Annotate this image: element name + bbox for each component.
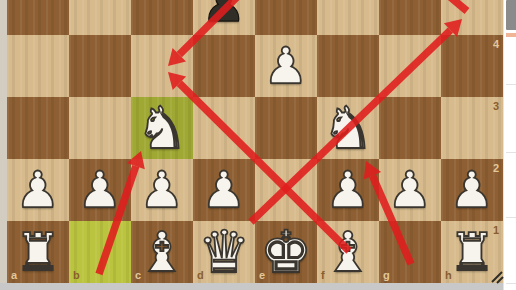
- square-g2[interactable]: ♟: [379, 159, 441, 221]
- square-h2[interactable]: 2♟: [441, 159, 503, 221]
- file-label-g: g: [383, 269, 390, 281]
- page-bottom-margin: [0, 283, 503, 290]
- square-c4[interactable]: [131, 35, 193, 97]
- page-left-margin: [0, 0, 7, 283]
- square-a5[interactable]: [7, 0, 69, 35]
- square-g4[interactable]: [379, 35, 441, 97]
- white-pawn-g2[interactable]: ♟: [388, 165, 433, 215]
- square-d5[interactable]: ♟: [193, 0, 255, 35]
- white-pawn-f2[interactable]: ♟: [326, 165, 371, 215]
- square-d4[interactable]: [193, 35, 255, 97]
- square-a4[interactable]: [7, 35, 69, 97]
- white-knight-c3[interactable]: ♞: [136, 99, 188, 157]
- square-f2[interactable]: ♟: [317, 159, 379, 221]
- square-b3[interactable]: [69, 97, 131, 159]
- square-f1[interactable]: f♝: [317, 221, 379, 283]
- square-e3[interactable]: [255, 97, 317, 159]
- black-pawn-d5[interactable]: ♟: [202, 0, 247, 29]
- white-rook-h1[interactable]: ♜: [449, 226, 496, 278]
- panel-row-separator: [506, 283, 516, 284]
- rank-label-3: 3: [493, 100, 499, 112]
- white-queen-d1[interactable]: ♛: [198, 223, 250, 281]
- square-h4[interactable]: 4: [441, 35, 503, 97]
- white-rook-a1[interactable]: ♜: [15, 226, 62, 278]
- square-c3[interactable]: ♞: [131, 97, 193, 159]
- square-f4[interactable]: [317, 35, 379, 97]
- white-pawn-e4[interactable]: ♟: [264, 41, 309, 91]
- scrollbar-thumb[interactable]: [506, 0, 516, 30]
- white-bishop-f1[interactable]: ♝: [323, 225, 372, 280]
- white-pawn-a2[interactable]: ♟: [16, 165, 61, 215]
- square-g3[interactable]: [379, 97, 441, 159]
- square-a3[interactable]: [7, 97, 69, 159]
- panel-accent-strip: [506, 33, 516, 37]
- white-king-e1[interactable]: ♚: [260, 223, 312, 281]
- square-a2[interactable]: ♟: [7, 159, 69, 221]
- square-h5[interactable]: [441, 0, 503, 35]
- square-g5[interactable]: [379, 0, 441, 35]
- square-h1[interactable]: h1♜: [441, 221, 503, 283]
- white-bishop-c1[interactable]: ♝: [137, 225, 186, 280]
- square-b1[interactable]: b: [69, 221, 131, 283]
- square-c1[interactable]: c♝: [131, 221, 193, 283]
- square-d2[interactable]: ♟: [193, 159, 255, 221]
- square-e5[interactable]: [255, 0, 317, 35]
- panel-row-separator: [506, 84, 516, 85]
- white-pawn-h2[interactable]: ♟: [450, 165, 495, 215]
- square-d1[interactable]: d♛: [193, 221, 255, 283]
- square-e4[interactable]: ♟: [255, 35, 317, 97]
- chessboard[interactable]: ♟♟4♞♞3♟♟♟♟♟♟2♟a♜bc♝d♛e♚f♝gh1♜: [7, 0, 503, 283]
- white-knight-f3[interactable]: ♞: [322, 99, 374, 157]
- square-h3[interactable]: 3: [441, 97, 503, 159]
- square-c2[interactable]: ♟: [131, 159, 193, 221]
- square-c5[interactable]: [131, 0, 193, 35]
- panel-row-separator: [506, 217, 516, 218]
- square-f3[interactable]: ♞: [317, 97, 379, 159]
- side-panel-edge: [503, 0, 516, 290]
- square-f5[interactable]: [317, 0, 379, 35]
- panel-row-separator: [506, 152, 516, 153]
- rank-label-4: 4: [493, 38, 499, 50]
- square-b2[interactable]: ♟: [69, 159, 131, 221]
- square-e2[interactable]: [255, 159, 317, 221]
- square-a1[interactable]: a♜: [7, 221, 69, 283]
- white-pawn-c2[interactable]: ♟: [140, 165, 185, 215]
- square-d3[interactable]: [193, 97, 255, 159]
- square-e1[interactable]: e♚: [255, 221, 317, 283]
- chess-analysis-view: ♟♟4♞♞3♟♟♟♟♟♟2♟a♜bc♝d♛e♚f♝gh1♜: [0, 0, 516, 290]
- white-pawn-b2[interactable]: ♟: [78, 165, 123, 215]
- square-b4[interactable]: [69, 35, 131, 97]
- file-label-b: b: [73, 269, 80, 281]
- white-pawn-d2[interactable]: ♟: [202, 165, 247, 215]
- square-g1[interactable]: g: [379, 221, 441, 283]
- square-b5[interactable]: [69, 0, 131, 35]
